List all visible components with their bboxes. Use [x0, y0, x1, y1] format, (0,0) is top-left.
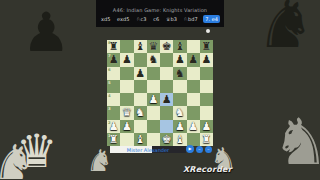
square-e4[interactable]: ♟ [160, 93, 173, 106]
square-g8[interactable] [187, 40, 200, 53]
wallpaper-knight-icon: ♞ [86, 146, 113, 176]
rank-label: 3 [108, 107, 113, 111]
square-d2[interactable] [147, 120, 160, 133]
square-c5[interactable] [134, 80, 147, 93]
piece-white-pawn: ♟ [175, 120, 185, 133]
square-c1[interactable]: ♝ [134, 133, 147, 146]
opening-title: A46: Indian Game: Knights Variation [96, 7, 224, 13]
square-g6[interactable] [187, 67, 200, 80]
piece-black-rook: ♜ [201, 40, 211, 53]
square-e5[interactable] [160, 80, 173, 93]
square-e1[interactable]: ♚ [160, 133, 173, 146]
piece-white-queen: ♛ [122, 106, 132, 119]
square-c4[interactable] [134, 93, 147, 106]
piece-black-pawn: ♟ [201, 53, 211, 66]
rank-label: 7 [108, 54, 113, 58]
piece-white-pawn: ♟ [201, 120, 211, 133]
move-token[interactable]: c6 [152, 16, 160, 22]
square-b4[interactable] [120, 93, 133, 106]
square-f6[interactable]: ♞ [173, 67, 186, 80]
piece-white-king: ♚ [162, 133, 172, 146]
square-e7[interactable] [160, 53, 173, 66]
square-c2[interactable] [134, 120, 147, 133]
piece-white-pawn: ♟ [188, 120, 198, 133]
minimize-button[interactable]: − [205, 146, 212, 153]
square-h1[interactable]: ♜ [200, 133, 213, 146]
square-e8[interactable]: ♚ [160, 40, 173, 53]
square-b8[interactable] [120, 40, 133, 53]
piece-black-pawn: ♟ [175, 53, 185, 66]
square-b5[interactable] [120, 80, 133, 93]
square-e2[interactable] [160, 120, 173, 133]
square-f5[interactable] [173, 80, 186, 93]
square-b1[interactable] [120, 133, 133, 146]
rank-label: 1 [108, 134, 113, 138]
square-g3[interactable] [187, 106, 200, 119]
move-token[interactable]: ♕b3 [165, 16, 178, 22]
piece-white-knight: ♞ [135, 106, 145, 119]
square-g7[interactable]: ♟ [187, 53, 200, 66]
square-d6[interactable] [147, 67, 160, 80]
analysis-header: A46: Indian Game: Knights Variation xd5e… [96, 0, 224, 27]
piece-black-knight: ♞ [175, 67, 185, 80]
square-d5[interactable] [147, 80, 160, 93]
wallpaper-pawn-icon: ♟ [22, 6, 70, 60]
square-e3[interactable] [160, 106, 173, 119]
square-e6[interactable] [160, 67, 173, 80]
move-list: xd5exd5♘c3c6♕b3♘bd77. e4 [100, 14, 220, 23]
piece-white-bishop: ♝ [135, 133, 145, 146]
square-f8[interactable]: ♝ [173, 40, 186, 53]
move-token[interactable]: ♘c3 [135, 16, 147, 22]
chess-board[interactable]: ♜♝♛♚♝♜♟♟♞♟♟♟♟♞♟♟♛♞♞♟♟♟♟♟♜♝♚♝♜ [107, 40, 213, 146]
xrecorder-watermark: XRecorder [183, 165, 232, 174]
square-b7[interactable]: ♟ [120, 53, 133, 66]
square-g5[interactable] [187, 80, 200, 93]
piece-white-rook: ♜ [201, 133, 211, 146]
rank-label: 6 [108, 68, 113, 72]
status-dot [206, 29, 210, 33]
square-b6[interactable] [120, 67, 133, 80]
square-d1[interactable] [147, 133, 160, 146]
wallpaper-knight-icon: ♞ [0, 138, 35, 180]
square-h5[interactable] [200, 80, 213, 93]
square-d8[interactable]: ♛ [147, 40, 160, 53]
square-f2[interactable]: ♟ [173, 120, 186, 133]
rank-label: 4 [108, 94, 113, 98]
square-c7[interactable] [134, 53, 147, 66]
square-d3[interactable] [147, 106, 160, 119]
seek-bar[interactable]: Mister Alexander [110, 146, 186, 153]
current-move-badge[interactable]: 7. e4 [203, 15, 220, 23]
piece-black-queen: ♛ [148, 40, 158, 53]
piece-white-pawn: ♟ [122, 120, 132, 133]
piece-black-pawn: ♟ [122, 53, 132, 66]
piece-black-bishop: ♝ [175, 40, 185, 53]
square-h6[interactable] [200, 67, 213, 80]
rank-label: 8 [108, 41, 113, 45]
square-g1[interactable] [187, 133, 200, 146]
video-frame: ♟ ♞ ♛ ♞ ♞ ♞ ♞ A46: Indian Game: Knights … [0, 0, 320, 180]
rank-label: 2 [108, 121, 113, 125]
wallpaper-queen-icon: ♛ [16, 128, 57, 174]
square-h8[interactable]: ♜ [200, 40, 213, 53]
square-f1[interactable]: ♝ [173, 133, 186, 146]
square-g4[interactable] [187, 93, 200, 106]
piece-black-pawn: ♟ [188, 53, 198, 66]
square-g2[interactable]: ♟ [187, 120, 200, 133]
piece-white-knight: ♞ [175, 106, 185, 119]
player-name-link[interactable]: Mister Alexander [110, 147, 186, 153]
square-h7[interactable]: ♟ [200, 53, 213, 66]
piece-black-bishop: ♝ [135, 40, 145, 53]
move-token[interactable]: exd5 [116, 16, 130, 22]
square-c6[interactable]: ♟ [134, 67, 147, 80]
wallpaper-knight-icon: ♞ [272, 110, 320, 174]
wallpaper-knight-icon: ♞ [256, 0, 315, 58]
square-c8[interactable]: ♝ [134, 40, 147, 53]
square-d7[interactable]: ♞ [147, 53, 160, 66]
piece-black-pawn: ♟ [162, 93, 172, 106]
piece-white-bishop: ♝ [175, 133, 185, 146]
piece-white-pawn: ♟ [148, 93, 158, 106]
piece-black-king: ♚ [162, 40, 172, 53]
square-h4[interactable] [200, 93, 213, 106]
piece-black-knight: ♞ [148, 53, 158, 66]
rank-label: 5 [108, 81, 113, 85]
square-h2[interactable]: ♟ [200, 120, 213, 133]
move-token[interactable]: ♘bd7 [183, 16, 199, 22]
square-b3[interactable]: ♛ [120, 106, 133, 119]
move-token[interactable]: xd5 [100, 16, 111, 22]
square-d4[interactable]: ♟ [147, 93, 160, 106]
piece-black-pawn: ♟ [135, 67, 145, 80]
collapse-button[interactable]: − [196, 146, 203, 153]
square-h3[interactable] [200, 106, 213, 119]
square-b2[interactable]: ♟ [120, 120, 133, 133]
square-f3[interactable]: ♞ [173, 106, 186, 119]
square-f7[interactable]: ♟ [173, 53, 186, 66]
square-f4[interactable] [173, 93, 186, 106]
play-button[interactable]: ▶ [186, 145, 194, 153]
square-c3[interactable]: ♞ [134, 106, 147, 119]
